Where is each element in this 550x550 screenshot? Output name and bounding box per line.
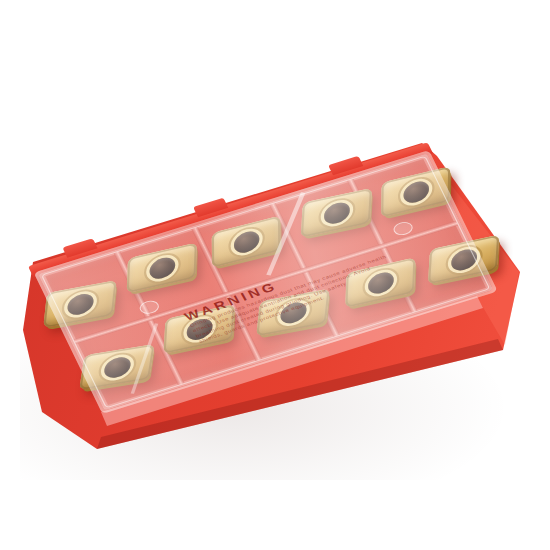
product-photo: WARNING Grinding produces hazardous dust… xyxy=(0,0,550,550)
